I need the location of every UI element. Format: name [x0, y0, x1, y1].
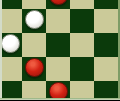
checker-piece-red[interactable]	[25, 58, 44, 77]
board-square[interactable]	[0, 33, 22, 57]
checkers-board-viewport	[0, 0, 120, 100]
checker-piece-white[interactable]	[1, 34, 20, 53]
board-square[interactable]	[94, 33, 118, 57]
board-square[interactable]	[118, 9, 120, 33]
board-square[interactable]	[94, 81, 118, 100]
board-square[interactable]	[70, 81, 94, 100]
board-square[interactable]	[118, 33, 120, 57]
board-square[interactable]	[0, 81, 22, 100]
board-square[interactable]	[46, 9, 70, 33]
board-square[interactable]	[22, 57, 46, 81]
board-square[interactable]	[70, 33, 94, 57]
board-square[interactable]	[0, 57, 22, 81]
board-square[interactable]	[46, 81, 70, 100]
board-square[interactable]	[46, 57, 70, 81]
board-grid	[0, 0, 120, 100]
checker-piece-white[interactable]	[25, 10, 44, 29]
board-square[interactable]	[0, 0, 22, 9]
board-square[interactable]	[46, 0, 70, 9]
board-square[interactable]	[46, 33, 70, 57]
board-square[interactable]	[70, 9, 94, 33]
board-square[interactable]	[94, 9, 118, 33]
board-square[interactable]	[0, 9, 22, 33]
board-square[interactable]	[118, 81, 120, 100]
board-square[interactable]	[22, 0, 46, 9]
board-square[interactable]	[70, 0, 94, 9]
board-square[interactable]	[118, 57, 120, 81]
board-square[interactable]	[94, 57, 118, 81]
board-square[interactable]	[22, 33, 46, 57]
board-square[interactable]	[22, 9, 46, 33]
board-square[interactable]	[22, 81, 46, 100]
checker-piece-red[interactable]	[49, 82, 68, 101]
board-square[interactable]	[118, 0, 120, 9]
board-square[interactable]	[94, 0, 118, 9]
board-square[interactable]	[70, 57, 94, 81]
checker-piece-red[interactable]	[49, 0, 68, 5]
